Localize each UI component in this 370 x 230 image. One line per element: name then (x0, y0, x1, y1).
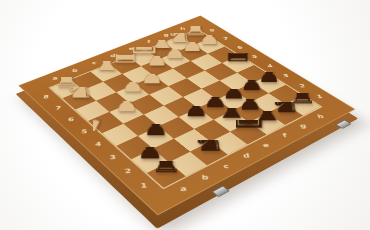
file-label-south-g: g (297, 123, 310, 130)
file-label-north-e: e (126, 46, 136, 51)
rank-label-west-5: 5 (79, 128, 90, 135)
rank-label-west-8: 8 (41, 94, 52, 100)
file-label-north-h: h (178, 26, 188, 31)
file-label-south-a: a (177, 185, 190, 194)
file-label-south-e: e (260, 142, 273, 150)
file-label-south-c: c (220, 163, 233, 171)
file-label-north-g: g (161, 33, 171, 38)
rank-label-east-4: 4 (265, 63, 276, 69)
square-a1: ♜ (147, 162, 186, 187)
rank-label-west-1: 1 (138, 182, 150, 191)
file-label-south-f: f (278, 132, 291, 139)
piece-black-knight-c1: ♞ (196, 140, 223, 167)
file-label-south-b: b (199, 174, 212, 182)
rank-label-west-2: 2 (122, 167, 134, 175)
rank-label-east-5: 5 (249, 54, 260, 59)
rank-label-east-8: 8 (207, 28, 217, 33)
chess-set-photo: ♜♝♛♚♝♞♜♞♟♟♟♟♟♟♟♟♛♟♟♟♟♟♟♟♝♟♜♞♚♝♞♜ 88aa77b… (0, 0, 370, 230)
rank-label-west-3: 3 (107, 154, 118, 162)
board-scene: ♜♝♛♚♝♞♜♞♟♟♟♟♟♟♟♟♛♟♟♟♟♟♟♟♝♟♜♞♚♝♞♜ 88aa77b… (0, 0, 370, 230)
chess-piece-glyph: ♟ (70, 108, 105, 142)
rank-label-west-7: 7 (53, 105, 64, 112)
chess-piece-glyph: ♜ (150, 142, 182, 178)
piece-black-rook-a1: ♜ (153, 161, 181, 189)
rank-label-east-7: 7 (221, 36, 231, 41)
board-face: ♜♝♛♚♝♞♜♞♟♟♟♟♟♟♟♟♛♟♟♟♟♟♟♟♝♟♜♞♚♝♞♜ 88aa77b… (18, 15, 355, 215)
chess-board: ♜♝♛♚♝♞♜♞♟♟♟♟♟♟♟♟♛♟♟♟♟♟♟♟♝♟♜♞♚♝♞♜ 88aa77b… (18, 15, 355, 215)
file-label-south-h: h (314, 114, 327, 121)
rank-label-east-6: 6 (235, 45, 245, 50)
file-label-north-f: f (144, 39, 154, 44)
chess-piece-glyph: ♞ (192, 118, 226, 156)
chess-piece-glyph: ♞ (64, 68, 95, 102)
chess-piece-glyph: ♚ (222, 78, 276, 138)
file-label-north-d: d (108, 53, 118, 58)
rank-label-west-4: 4 (93, 141, 104, 148)
file-label-north-a: a (50, 76, 60, 82)
file-label-south-d: d (240, 152, 253, 160)
clasp-hinge-icon (336, 119, 352, 128)
clasp-hinge-icon (212, 186, 230, 198)
square-e1: ♚ (230, 122, 266, 144)
